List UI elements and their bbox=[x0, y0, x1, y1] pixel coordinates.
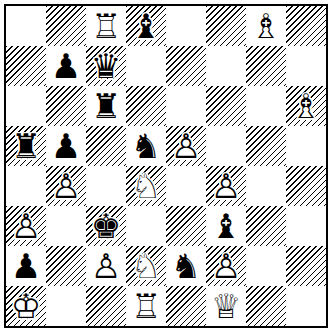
square-d8[interactable]: ♝ bbox=[126, 6, 166, 46]
black-bishop: ♝ bbox=[126, 6, 166, 46]
square-g4[interactable] bbox=[246, 166, 286, 206]
square-h6[interactable]: ♝♗ bbox=[286, 86, 326, 126]
square-g5[interactable] bbox=[246, 126, 286, 166]
square-g7[interactable] bbox=[246, 46, 286, 86]
black-queen: ♛ bbox=[86, 46, 126, 86]
white-rook-outline-layer: ♖ bbox=[86, 6, 126, 46]
white-pawn-outline-layer: ♙ bbox=[86, 246, 126, 286]
white-pawn: ♟♙ bbox=[86, 246, 126, 286]
square-f3[interactable]: ♝ bbox=[206, 206, 246, 246]
white-queen-outline-layer: ♕ bbox=[206, 286, 246, 326]
square-g2[interactable] bbox=[246, 246, 286, 286]
square-h1[interactable] bbox=[286, 286, 326, 326]
square-b1[interactable] bbox=[46, 286, 86, 326]
square-b4[interactable]: ♟♙ bbox=[46, 166, 86, 206]
square-c8[interactable]: ♜♖ bbox=[86, 6, 126, 46]
square-b7[interactable]: ♟ bbox=[46, 46, 86, 86]
white-rook-outline-layer: ♖ bbox=[126, 286, 166, 326]
square-b6[interactable] bbox=[46, 86, 86, 126]
white-knight: ♞♘ bbox=[126, 246, 166, 286]
square-b5[interactable]: ♟ bbox=[46, 126, 86, 166]
white-pawn: ♟♙ bbox=[166, 126, 206, 166]
square-c5[interactable] bbox=[86, 126, 126, 166]
white-pawn-outline-layer: ♙ bbox=[6, 206, 46, 246]
white-pawn: ♟♙ bbox=[46, 166, 86, 206]
square-h2[interactable] bbox=[286, 246, 326, 286]
square-g3[interactable] bbox=[246, 206, 286, 246]
white-knight: ♞♘ bbox=[126, 166, 166, 206]
square-a3[interactable]: ♟♙ bbox=[6, 206, 46, 246]
square-e8[interactable] bbox=[166, 6, 206, 46]
black-pawn-fill-layer: ♟ bbox=[46, 46, 86, 86]
black-knight: ♞ bbox=[126, 126, 166, 166]
white-queen: ♛♕ bbox=[206, 286, 246, 326]
black-queen-fill-layer: ♛ bbox=[86, 46, 126, 86]
square-h7[interactable] bbox=[286, 46, 326, 86]
square-b2[interactable] bbox=[46, 246, 86, 286]
square-g8[interactable]: ♝♗ bbox=[246, 6, 286, 46]
white-pawn-outline-layer: ♙ bbox=[206, 246, 246, 286]
white-pawn-outline-layer: ♙ bbox=[46, 166, 86, 206]
square-e3[interactable] bbox=[166, 206, 206, 246]
square-d1[interactable]: ♜♖ bbox=[126, 286, 166, 326]
square-e1[interactable] bbox=[166, 286, 206, 326]
white-pawn-outline-layer: ♙ bbox=[166, 126, 206, 166]
square-b3[interactable] bbox=[46, 206, 86, 246]
white-pawn-outline-layer: ♙ bbox=[206, 166, 246, 206]
white-rook: ♜♖ bbox=[126, 286, 166, 326]
square-d7[interactable] bbox=[126, 46, 166, 86]
black-rook-fill-layer: ♜ bbox=[6, 126, 46, 166]
chess-board-frame: ♜♖♝♝♗♟♛♜♝♗♜♟♞♟♙♟♙♞♘♟♙♟♙♚♝♟♟♙♞♘♞♟♙♚♔♜♖♛♕ bbox=[4, 4, 328, 328]
white-bishop-outline-layer: ♗ bbox=[246, 6, 286, 46]
white-king-outline-layer: ♔ bbox=[6, 286, 46, 326]
square-f8[interactable] bbox=[206, 6, 246, 46]
black-pawn: ♟ bbox=[46, 46, 86, 86]
square-d5[interactable]: ♞ bbox=[126, 126, 166, 166]
white-bishop: ♝♗ bbox=[286, 86, 326, 126]
white-knight-outline-layer: ♘ bbox=[126, 246, 166, 286]
square-f7[interactable] bbox=[206, 46, 246, 86]
square-a8[interactable] bbox=[6, 6, 46, 46]
black-king: ♚ bbox=[86, 206, 126, 246]
black-pawn-fill-layer: ♟ bbox=[6, 246, 46, 286]
square-a4[interactable] bbox=[6, 166, 46, 206]
black-bishop-fill-layer: ♝ bbox=[126, 6, 166, 46]
square-d2[interactable]: ♞♘ bbox=[126, 246, 166, 286]
white-king: ♚♔ bbox=[6, 286, 46, 326]
square-f6[interactable] bbox=[206, 86, 246, 126]
square-d6[interactable] bbox=[126, 86, 166, 126]
square-h3[interactable] bbox=[286, 206, 326, 246]
square-c4[interactable] bbox=[86, 166, 126, 206]
square-c2[interactable]: ♟♙ bbox=[86, 246, 126, 286]
square-h4[interactable] bbox=[286, 166, 326, 206]
white-pawn: ♟♙ bbox=[206, 246, 246, 286]
white-bishop-outline-layer: ♗ bbox=[286, 86, 326, 126]
black-king-fill-layer: ♚ bbox=[86, 206, 126, 246]
black-rook-fill-layer: ♜ bbox=[86, 86, 126, 126]
black-bishop-fill-layer: ♝ bbox=[206, 206, 246, 246]
square-h8[interactable] bbox=[286, 6, 326, 46]
square-c1[interactable] bbox=[86, 286, 126, 326]
square-g1[interactable] bbox=[246, 286, 286, 326]
square-c7[interactable]: ♛ bbox=[86, 46, 126, 86]
square-b8[interactable] bbox=[46, 6, 86, 46]
white-pawn: ♟♙ bbox=[6, 206, 46, 246]
square-h5[interactable] bbox=[286, 126, 326, 166]
square-e5[interactable]: ♟♙ bbox=[166, 126, 206, 166]
black-knight-fill-layer: ♞ bbox=[126, 126, 166, 166]
square-f2[interactable]: ♟♙ bbox=[206, 246, 246, 286]
square-e6[interactable] bbox=[166, 86, 206, 126]
white-rook: ♜♖ bbox=[86, 6, 126, 46]
black-knight: ♞ bbox=[166, 246, 206, 286]
white-bishop: ♝♗ bbox=[246, 6, 286, 46]
square-f1[interactable]: ♛♕ bbox=[206, 286, 246, 326]
square-a6[interactable] bbox=[6, 86, 46, 126]
black-rook: ♜ bbox=[6, 126, 46, 166]
black-rook: ♜ bbox=[86, 86, 126, 126]
square-g6[interactable] bbox=[246, 86, 286, 126]
square-e2[interactable]: ♞ bbox=[166, 246, 206, 286]
square-a5[interactable]: ♜ bbox=[6, 126, 46, 166]
square-d3[interactable] bbox=[126, 206, 166, 246]
black-pawn: ♟ bbox=[46, 126, 86, 166]
square-f4[interactable]: ♟♙ bbox=[206, 166, 246, 206]
black-knight-fill-layer: ♞ bbox=[166, 246, 206, 286]
square-d4[interactable]: ♞♘ bbox=[126, 166, 166, 206]
square-a1[interactable]: ♚♔ bbox=[6, 286, 46, 326]
white-pawn: ♟♙ bbox=[206, 166, 246, 206]
square-f5[interactable] bbox=[206, 126, 246, 166]
square-e4[interactable] bbox=[166, 166, 206, 206]
black-pawn: ♟ bbox=[6, 246, 46, 286]
white-knight-outline-layer: ♘ bbox=[126, 166, 166, 206]
black-bishop: ♝ bbox=[206, 206, 246, 246]
square-a7[interactable] bbox=[6, 46, 46, 86]
square-a2[interactable]: ♟ bbox=[6, 246, 46, 286]
square-c6[interactable]: ♜ bbox=[86, 86, 126, 126]
black-pawn-fill-layer: ♟ bbox=[46, 126, 86, 166]
chess-board: ♜♖♝♝♗♟♛♜♝♗♜♟♞♟♙♟♙♞♘♟♙♟♙♚♝♟♟♙♞♘♞♟♙♚♔♜♖♛♕ bbox=[6, 6, 326, 326]
square-c3[interactable]: ♚ bbox=[86, 206, 126, 246]
square-e7[interactable] bbox=[166, 46, 206, 86]
